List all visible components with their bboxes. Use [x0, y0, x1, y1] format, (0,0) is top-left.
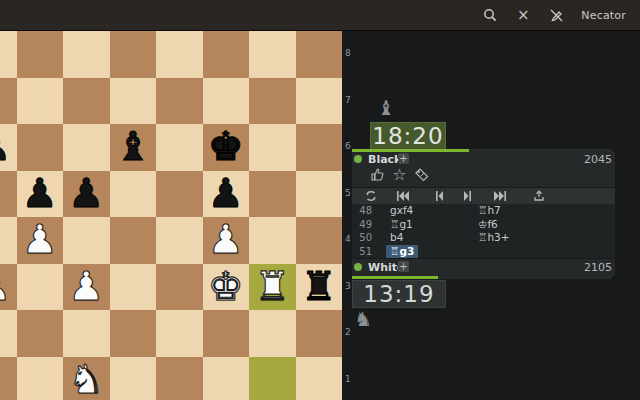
move-number: 51 [352, 245, 372, 259]
square-f4[interactable]: ♟ [203, 217, 250, 264]
square-c6[interactable] [63, 124, 110, 171]
square-f7[interactable] [203, 78, 250, 125]
app-window: × Necator ♟♝♚♟♟♟♟♟♟♟♚♜♜♞ 87654321 ♝ 18:2… [0, 0, 640, 400]
square-a3[interactable]: ♟ [0, 264, 17, 311]
search-icon[interactable] [482, 7, 498, 23]
move-row-51: 51♖g3 [352, 245, 615, 259]
square-h2[interactable] [296, 310, 343, 357]
move-row-50: 50b4♖h3+ [352, 231, 615, 245]
white-rating: 2105 [560, 261, 612, 274]
square-h3[interactable]: ♜ [296, 264, 343, 311]
black-bishop-d6: ♝ [110, 124, 157, 171]
rank-label-7: 7 [345, 95, 355, 105]
thumb-up-icon[interactable] [369, 166, 386, 183]
move-white[interactable]: ♖g1 [390, 218, 413, 232]
step-forward-button[interactable] [459, 188, 475, 204]
move-white[interactable]: ♖g3 [386, 245, 418, 259]
square-d4[interactable] [110, 217, 157, 264]
close-icon[interactable]: × [515, 7, 531, 23]
move-black[interactable]: ♖h7 [478, 204, 501, 218]
square-a6[interactable]: ♟ [0, 124, 17, 171]
square-e4[interactable] [156, 217, 203, 264]
black-pawn-f5: ♟ [203, 171, 250, 218]
white-clock: 13:19 [352, 280, 446, 308]
top-bar: × Necator [0, 0, 640, 31]
white-pawn-b4: ♟ [17, 217, 64, 264]
square-d3[interactable] [110, 264, 157, 311]
square-g7[interactable] [249, 78, 296, 125]
white-pawn-a3: ♟ [0, 264, 17, 311]
black-king-f6: ♚ [203, 124, 250, 171]
square-h8[interactable] [296, 31, 343, 78]
square-d2[interactable] [110, 310, 157, 357]
move-white[interactable]: b4 [390, 231, 403, 245]
black-rook-h3: ♜ [296, 264, 343, 311]
rank-label-1: 1 [345, 374, 355, 384]
rate-icons: ☆ [369, 166, 430, 183]
square-e5[interactable] [156, 171, 203, 218]
square-h5[interactable] [296, 171, 343, 218]
square-f6[interactable]: ♚ [203, 124, 250, 171]
square-g2[interactable] [249, 310, 296, 357]
square-a8[interactable] [0, 31, 17, 78]
black-online-dot [354, 155, 362, 163]
square-d1[interactable] [110, 357, 157, 400]
white-add-button[interactable]: + [398, 261, 409, 272]
square-g4[interactable] [249, 217, 296, 264]
square-a1[interactable] [0, 357, 17, 400]
square-g1[interactable] [249, 357, 296, 400]
tag-icon[interactable] [413, 166, 430, 183]
square-e6[interactable] [156, 124, 203, 171]
share-button[interactable] [530, 188, 548, 204]
square-f5[interactable]: ♟ [203, 171, 250, 218]
white-pawn-f4: ♟ [203, 217, 250, 264]
square-h4[interactable] [296, 217, 343, 264]
move-row-49: 49♖g1♔f6 [352, 218, 615, 232]
square-g8[interactable] [249, 31, 296, 78]
square-f8[interactable] [203, 31, 250, 78]
skip-to-end-button[interactable] [491, 188, 509, 204]
square-d6[interactable]: ♝ [110, 124, 157, 171]
rank-label-8: 8 [345, 48, 355, 58]
black-pawn-c5: ♟ [63, 171, 110, 218]
move-black[interactable]: ♖h3+ [478, 231, 510, 245]
square-b4[interactable]: ♟ [17, 217, 64, 264]
square-b6[interactable] [17, 124, 64, 171]
square-e7[interactable] [156, 78, 203, 125]
square-c4[interactable] [63, 217, 110, 264]
flip-board-button[interactable] [362, 188, 380, 204]
white-king-f3: ♚ [203, 264, 250, 311]
square-e8[interactable] [156, 31, 203, 78]
square-f2[interactable] [203, 310, 250, 357]
black-pawn-b5: ♟ [17, 171, 64, 218]
chess-board[interactable]: ♟♝♚♟♟♟♟♟♟♟♚♜♜♞ [0, 31, 342, 400]
black-side-bishop-icon: ♝ [377, 98, 395, 118]
move-number: 48 [352, 204, 372, 218]
square-b7[interactable] [17, 78, 64, 125]
square-c2[interactable] [63, 310, 110, 357]
square-d7[interactable] [110, 78, 157, 125]
square-e2[interactable] [156, 310, 203, 357]
square-b8[interactable] [17, 31, 64, 78]
square-c1[interactable]: ♞ [63, 357, 110, 400]
move-row-48: 48gxf4♖h7 [352, 204, 615, 218]
square-h7[interactable] [296, 78, 343, 125]
square-h1[interactable] [296, 357, 343, 400]
square-f1[interactable] [203, 357, 250, 400]
white-online-dot [354, 263, 362, 271]
white-rook-g3: ♜ [249, 264, 296, 311]
square-a7[interactable] [0, 78, 17, 125]
square-c8[interactable] [63, 31, 110, 78]
step-back-button[interactable] [431, 188, 447, 204]
square-g3[interactable]: ♜ [249, 264, 296, 311]
square-a4[interactable] [0, 217, 17, 264]
square-e1[interactable] [156, 357, 203, 400]
square-g5[interactable] [249, 171, 296, 218]
square-d8[interactable] [110, 31, 157, 78]
no-annotate-icon[interactable] [548, 7, 564, 23]
square-c5[interactable]: ♟ [63, 171, 110, 218]
black-rating: 2045 [560, 153, 612, 166]
square-c3[interactable]: ♟ [63, 264, 110, 311]
square-f3[interactable]: ♚ [203, 264, 250, 311]
white-pawn-c3: ♟ [63, 264, 110, 311]
square-g6[interactable] [249, 124, 296, 171]
username-label[interactable]: Necator [581, 9, 626, 22]
white-side-knight-icon: ♞ [354, 309, 372, 329]
square-a2[interactable] [0, 310, 17, 357]
move-number: 50 [352, 231, 372, 245]
square-b5[interactable]: ♟ [17, 171, 64, 218]
black-clock: 18:20 [370, 122, 446, 151]
square-b3[interactable] [17, 264, 64, 311]
star-icon[interactable]: ☆ [391, 166, 408, 183]
move-number: 49 [352, 218, 372, 232]
white-time-bar [352, 276, 612, 279]
move-nav-toolbar [352, 188, 615, 204]
square-c7[interactable] [63, 78, 110, 125]
square-e3[interactable] [156, 264, 203, 311]
black-pawn-a6: ♟ [0, 124, 17, 171]
move-white[interactable]: gxf4 [390, 204, 413, 218]
square-a5[interactable] [0, 171, 17, 218]
white-knight-c1: ♞ [63, 357, 110, 400]
move-list: 48gxf4♖h749♖g1♔f650b4♖h3+51♖g3 [352, 204, 615, 258]
move-black[interactable]: ♔f6 [478, 218, 498, 232]
black-add-button[interactable]: + [398, 153, 409, 164]
square-d5[interactable] [110, 171, 157, 218]
square-b2[interactable] [17, 310, 64, 357]
square-b1[interactable] [17, 357, 64, 400]
square-h6[interactable] [296, 124, 343, 171]
skip-to-start-button[interactable] [394, 188, 412, 204]
